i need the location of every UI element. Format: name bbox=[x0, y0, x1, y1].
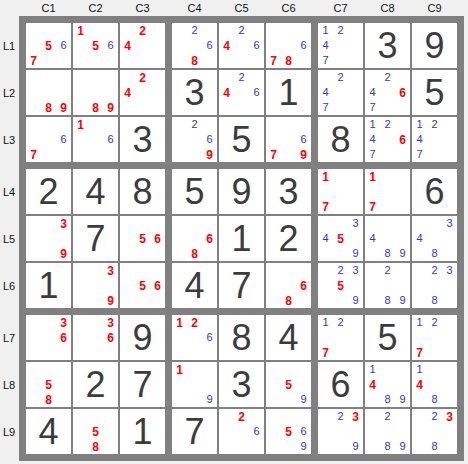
cell-L7C2[interactable]: 36 bbox=[73, 315, 118, 360]
pencil-marks: 36 bbox=[73, 315, 118, 360]
solved-digit: 7 bbox=[172, 409, 217, 454]
cell-L6C8[interactable]: 289 bbox=[365, 263, 410, 308]
candidate-3: 3 bbox=[442, 216, 457, 231]
row-label-L1: L1 bbox=[3, 40, 15, 51]
pencil-marks: 289 bbox=[365, 409, 410, 454]
candidate-5: 5 bbox=[281, 424, 296, 439]
col-label-C3: C3 bbox=[135, 3, 149, 14]
cell-L2C2[interactable]: 89 bbox=[73, 70, 118, 115]
candidate-2: 2 bbox=[427, 315, 442, 330]
pencil-marks: 36 bbox=[26, 315, 71, 360]
candidate-9: 9 bbox=[202, 392, 217, 407]
candidate-4: 4 bbox=[412, 132, 427, 147]
candidate-8: 8 bbox=[41, 392, 56, 407]
candidate-6: 6 bbox=[296, 38, 311, 53]
candidate-2: 2 bbox=[187, 315, 202, 330]
pencil-marks: 239 bbox=[318, 409, 363, 454]
solved-digit: 9 bbox=[412, 23, 457, 68]
candidate-4: 4 bbox=[318, 231, 333, 246]
cell-L7C9[interactable]: 127 bbox=[412, 315, 457, 360]
pencil-marks: 17 bbox=[318, 169, 363, 214]
candidate-6: 6 bbox=[296, 424, 311, 439]
candidate-2: 2 bbox=[427, 117, 442, 132]
solved-digit: 1 bbox=[120, 409, 165, 454]
candidate-8: 8 bbox=[88, 439, 103, 454]
cell-L5C6[interactable]: 2 bbox=[266, 216, 311, 261]
pencil-marks: 68 bbox=[172, 216, 217, 261]
solved-digit: 9 bbox=[219, 169, 264, 214]
solved-digit: 7 bbox=[73, 216, 118, 261]
solved-digit: 3 bbox=[266, 169, 311, 214]
candidate-8: 8 bbox=[88, 100, 103, 115]
solved-digit: 6 bbox=[412, 169, 457, 214]
candidate-5: 5 bbox=[333, 278, 348, 293]
row-label-L8: L8 bbox=[3, 379, 15, 390]
solved-digit: 8 bbox=[120, 169, 165, 214]
solved-digit: 1 bbox=[26, 263, 71, 308]
row-label-L3: L3 bbox=[3, 134, 15, 145]
cell-L7C1[interactable]: 36 bbox=[26, 315, 71, 360]
cell-L3C6[interactable]: 679 bbox=[266, 117, 311, 162]
cell-L4C1[interactable]: 2 bbox=[26, 169, 71, 214]
candidate-1: 1 bbox=[318, 315, 333, 330]
candidate-7: 7 bbox=[365, 147, 380, 162]
candidate-5: 5 bbox=[88, 38, 103, 53]
solved-digit: 9 bbox=[120, 315, 165, 360]
candidate-1: 1 bbox=[318, 23, 333, 38]
cell-L9C3[interactable]: 1 bbox=[120, 409, 165, 454]
pencil-marks: 289 bbox=[365, 263, 410, 308]
cell-L3C4[interactable]: 269 bbox=[172, 117, 217, 162]
cell-L4C5[interactable]: 9 bbox=[219, 169, 264, 214]
col-label-C1: C1 bbox=[41, 3, 55, 14]
solved-digit: 4 bbox=[172, 263, 217, 308]
cell-L9C6[interactable]: 569 bbox=[266, 409, 311, 454]
candidate-6: 6 bbox=[249, 424, 264, 439]
candidate-1: 1 bbox=[365, 117, 380, 132]
pencil-marks: 16 bbox=[73, 117, 118, 162]
pencil-marks: 126 bbox=[172, 315, 217, 360]
candidate-4: 4 bbox=[318, 85, 333, 100]
cell-L8C1[interactable]: 58 bbox=[26, 362, 71, 407]
candidate-2: 2 bbox=[187, 117, 202, 132]
candidate-7: 7 bbox=[412, 345, 427, 360]
candidate-8: 8 bbox=[281, 53, 296, 68]
candidate-8: 8 bbox=[281, 293, 296, 308]
pencil-marks: 17 bbox=[365, 169, 410, 214]
candidate-2: 2 bbox=[427, 409, 442, 424]
cell-L1C7[interactable]: 1247 bbox=[318, 23, 363, 68]
candidate-2: 2 bbox=[333, 23, 348, 38]
cell-L1C6[interactable]: 678 bbox=[266, 23, 311, 68]
candidate-6: 6 bbox=[249, 38, 264, 53]
pencil-marks: 1489 bbox=[365, 362, 410, 407]
candidate-3: 3 bbox=[348, 409, 363, 424]
candidate-2: 2 bbox=[333, 263, 348, 278]
candidate-7: 7 bbox=[365, 199, 380, 214]
pencil-marks: 59 bbox=[266, 362, 311, 407]
cell-L3C2[interactable]: 16 bbox=[73, 117, 118, 162]
candidate-1: 1 bbox=[73, 117, 88, 132]
pencil-marks: 679 bbox=[266, 117, 311, 162]
cell-L2C3[interactable]: 24 bbox=[120, 70, 165, 115]
candidate-6: 6 bbox=[296, 278, 311, 293]
candidate-2: 2 bbox=[234, 409, 249, 424]
candidate-1: 1 bbox=[412, 362, 427, 377]
pencil-marks: 12467 bbox=[365, 117, 410, 162]
candidate-8: 8 bbox=[427, 439, 442, 454]
candidate-9: 9 bbox=[348, 246, 363, 261]
row-label-L9: L9 bbox=[3, 426, 15, 437]
candidate-4: 4 bbox=[365, 85, 380, 100]
cell-L3C7[interactable]: 8 bbox=[318, 117, 363, 162]
cell-L2C5[interactable]: 246 bbox=[219, 70, 264, 115]
pencil-marks: 269 bbox=[172, 117, 217, 162]
cell-L3C3[interactable]: 3 bbox=[120, 117, 165, 162]
cell-L8C9[interactable]: 148 bbox=[412, 362, 457, 407]
col-label-C4: C4 bbox=[187, 3, 201, 14]
cell-L2C8[interactable]: 2467 bbox=[365, 70, 410, 115]
candidate-1: 1 bbox=[172, 315, 187, 330]
cell-L8C6[interactable]: 59 bbox=[266, 362, 311, 407]
candidate-2: 2 bbox=[427, 263, 442, 278]
candidate-9: 9 bbox=[296, 439, 311, 454]
cell-L6C2[interactable]: 39 bbox=[73, 263, 118, 308]
pencil-marks: 148 bbox=[412, 362, 457, 407]
pencil-marks: 246 bbox=[219, 23, 264, 68]
cell-L8C3[interactable]: 7 bbox=[120, 362, 165, 407]
solved-digit: 3 bbox=[120, 117, 165, 162]
pencil-marks: 56 bbox=[120, 216, 165, 261]
candidate-6: 6 bbox=[103, 132, 118, 147]
candidate-3: 3 bbox=[56, 216, 71, 231]
candidate-3: 3 bbox=[103, 315, 118, 330]
cell-L2C4[interactable]: 3 bbox=[172, 70, 217, 115]
cell-L7C8[interactable]: 5 bbox=[365, 315, 410, 360]
candidate-1: 1 bbox=[365, 362, 380, 377]
cell-L2C6[interactable]: 1 bbox=[266, 70, 311, 115]
solved-digit: 7 bbox=[219, 263, 264, 308]
candidate-6: 6 bbox=[150, 231, 165, 246]
candidate-6: 6 bbox=[202, 38, 217, 53]
row-label-L7: L7 bbox=[3, 332, 15, 343]
pencil-marks: 156 bbox=[73, 23, 118, 68]
candidate-1: 1 bbox=[365, 169, 380, 184]
solved-digit: 2 bbox=[266, 216, 311, 261]
pencil-marks: 489 bbox=[365, 216, 410, 261]
candidate-9: 9 bbox=[56, 100, 71, 115]
candidate-9: 9 bbox=[348, 439, 363, 454]
candidate-2: 2 bbox=[380, 409, 395, 424]
cell-L1C9[interactable]: 9 bbox=[412, 23, 457, 68]
cell-L6C9[interactable]: 238 bbox=[412, 263, 457, 308]
cell-L5C4[interactable]: 68 bbox=[172, 216, 217, 261]
pencil-marks: 39 bbox=[26, 216, 71, 261]
candidate-6: 6 bbox=[296, 132, 311, 147]
cell-L1C2[interactable]: 156 bbox=[73, 23, 118, 68]
cell-L4C6[interactable]: 3 bbox=[266, 169, 311, 214]
candidate-4: 4 bbox=[412, 231, 427, 246]
candidate-4: 4 bbox=[120, 85, 135, 100]
cell-L8C8[interactable]: 1489 bbox=[365, 362, 410, 407]
candidate-2: 2 bbox=[234, 70, 249, 85]
solved-digit: 4 bbox=[266, 315, 311, 360]
candidate-4: 4 bbox=[412, 377, 427, 392]
cell-L4C8[interactable]: 17 bbox=[365, 169, 410, 214]
candidate-9: 9 bbox=[296, 392, 311, 407]
cell-L7C7[interactable]: 127 bbox=[318, 315, 363, 360]
candidate-9: 9 bbox=[395, 246, 410, 261]
candidate-1: 1 bbox=[73, 23, 88, 38]
row-label-L2: L2 bbox=[3, 87, 15, 98]
solved-digit: 6 bbox=[318, 362, 363, 407]
candidate-7: 7 bbox=[266, 53, 281, 68]
candidate-8: 8 bbox=[41, 100, 56, 115]
candidate-7: 7 bbox=[318, 199, 333, 214]
candidate-6: 6 bbox=[395, 132, 410, 147]
candidate-1: 1 bbox=[412, 117, 427, 132]
pencil-marks: 569 bbox=[266, 409, 311, 454]
candidate-8: 8 bbox=[187, 246, 202, 261]
pencil-marks: 127 bbox=[318, 315, 363, 360]
candidate-2: 2 bbox=[380, 70, 395, 85]
candidate-7: 7 bbox=[318, 53, 333, 68]
candidate-1: 1 bbox=[412, 315, 427, 330]
solved-digit: 2 bbox=[73, 362, 118, 407]
candidate-7: 7 bbox=[318, 345, 333, 360]
candidate-6: 6 bbox=[249, 85, 264, 100]
solved-digit: 5 bbox=[219, 117, 264, 162]
cell-L4C3[interactable]: 8 bbox=[120, 169, 165, 214]
candidate-8: 8 bbox=[380, 439, 395, 454]
cell-L8C4[interactable]: 19 bbox=[172, 362, 217, 407]
candidate-8: 8 bbox=[380, 392, 395, 407]
cell-L7C5[interactable]: 8 bbox=[219, 315, 264, 360]
solved-digit: 5 bbox=[365, 315, 410, 360]
cell-L2C7[interactable]: 247 bbox=[318, 70, 363, 115]
cell-L7C3[interactable]: 9 bbox=[120, 315, 165, 360]
cell-L1C5[interactable]: 246 bbox=[219, 23, 264, 68]
pencil-marks: 268 bbox=[172, 23, 217, 68]
candidate-5: 5 bbox=[135, 278, 150, 293]
pencil-marks: 1247 bbox=[412, 117, 457, 162]
pencil-marks: 68 bbox=[266, 263, 311, 308]
candidate-3: 3 bbox=[348, 216, 363, 231]
solved-digit: 5 bbox=[172, 169, 217, 214]
solved-digit: 3 bbox=[365, 23, 410, 68]
candidate-2: 2 bbox=[135, 70, 150, 85]
cell-L9C5[interactable]: 26 bbox=[219, 409, 264, 454]
candidate-9: 9 bbox=[348, 293, 363, 308]
candidate-4: 4 bbox=[318, 38, 333, 53]
candidate-7: 7 bbox=[26, 147, 41, 162]
candidate-9: 9 bbox=[395, 293, 410, 308]
pencil-marks: 19 bbox=[172, 362, 217, 407]
cell-L6C3[interactable]: 56 bbox=[120, 263, 165, 308]
sudoku-board: 5671562426824667812473989892432461247246… bbox=[19, 16, 464, 461]
cell-L9C4[interactable]: 7 bbox=[172, 409, 217, 454]
candidate-3: 3 bbox=[103, 263, 118, 278]
candidate-6: 6 bbox=[395, 85, 410, 100]
cell-L6C1[interactable]: 1 bbox=[26, 263, 71, 308]
pencil-marks: 24 bbox=[120, 23, 165, 68]
cell-L6C4[interactable]: 4 bbox=[172, 263, 217, 308]
cell-L4C2[interactable]: 4 bbox=[73, 169, 118, 214]
cell-L7C4[interactable]: 126 bbox=[172, 315, 217, 360]
col-label-C2: C2 bbox=[88, 3, 102, 14]
candidate-5: 5 bbox=[135, 231, 150, 246]
cell-L8C5[interactable]: 3 bbox=[219, 362, 264, 407]
cell-L3C9[interactable]: 1247 bbox=[412, 117, 457, 162]
cell-L6C5[interactable]: 7 bbox=[219, 263, 264, 308]
pencil-marks: 56 bbox=[120, 263, 165, 308]
cell-L7C6[interactable]: 4 bbox=[266, 315, 311, 360]
solved-digit: 8 bbox=[318, 117, 363, 162]
candidate-5: 5 bbox=[41, 377, 56, 392]
pencil-marks: 58 bbox=[73, 409, 118, 454]
candidate-8: 8 bbox=[187, 53, 202, 68]
candidate-5: 5 bbox=[281, 377, 296, 392]
cell-L3C5[interactable]: 5 bbox=[219, 117, 264, 162]
row-label-L5: L5 bbox=[3, 233, 15, 244]
cell-L5C8[interactable]: 489 bbox=[365, 216, 410, 261]
candidate-6: 6 bbox=[56, 38, 71, 53]
candidate-6: 6 bbox=[202, 330, 217, 345]
candidate-7: 7 bbox=[412, 147, 427, 162]
col-label-C6: C6 bbox=[281, 3, 295, 14]
cell-L8C7[interactable]: 6 bbox=[318, 362, 363, 407]
pencil-marks: 246 bbox=[219, 70, 264, 115]
candidate-7: 7 bbox=[365, 100, 380, 115]
pencil-marks: 67 bbox=[26, 117, 71, 162]
cell-L5C3[interactable]: 56 bbox=[120, 216, 165, 261]
cell-L6C6[interactable]: 68 bbox=[266, 263, 311, 308]
cell-L1C1[interactable]: 567 bbox=[26, 23, 71, 68]
candidate-9: 9 bbox=[103, 100, 118, 115]
pencil-marks: 678 bbox=[266, 23, 311, 68]
cell-L2C9[interactable]: 5 bbox=[412, 70, 457, 115]
solved-digit: 3 bbox=[172, 70, 217, 115]
pencil-marks: 39 bbox=[73, 263, 118, 308]
candidate-6: 6 bbox=[150, 278, 165, 293]
candidate-4: 4 bbox=[365, 132, 380, 147]
candidate-9: 9 bbox=[395, 392, 410, 407]
cell-L3C1[interactable]: 67 bbox=[26, 117, 71, 162]
pencil-marks: 58 bbox=[26, 362, 71, 407]
candidate-6: 6 bbox=[56, 330, 71, 345]
candidate-9: 9 bbox=[202, 147, 217, 162]
cell-L1C8[interactable]: 3 bbox=[365, 23, 410, 68]
solved-digit: 4 bbox=[73, 169, 118, 214]
cell-L4C4[interactable]: 5 bbox=[172, 169, 217, 214]
candidate-4: 4 bbox=[219, 85, 234, 100]
solved-digit: 5 bbox=[412, 70, 457, 115]
pencil-marks: 26 bbox=[219, 409, 264, 454]
col-label-C8: C8 bbox=[380, 3, 394, 14]
candidate-5: 5 bbox=[41, 38, 56, 53]
pencil-marks: 247 bbox=[318, 70, 363, 115]
solved-digit: 1 bbox=[266, 70, 311, 115]
candidate-4: 4 bbox=[219, 38, 234, 53]
candidate-6: 6 bbox=[202, 231, 217, 246]
cell-L9C2[interactable]: 58 bbox=[73, 409, 118, 454]
candidate-8: 8 bbox=[427, 392, 442, 407]
cell-L9C9[interactable]: 238 bbox=[412, 409, 457, 454]
candidate-3: 3 bbox=[348, 263, 363, 278]
solved-digit: 1 bbox=[219, 216, 264, 261]
pencil-marks: 348 bbox=[412, 216, 457, 261]
cell-L4C7[interactable]: 17 bbox=[318, 169, 363, 214]
candidate-4: 4 bbox=[120, 38, 135, 53]
candidate-8: 8 bbox=[427, 293, 442, 308]
solved-digit: 4 bbox=[26, 409, 71, 454]
cell-L6C7[interactable]: 2359 bbox=[318, 263, 363, 308]
row-label-L6: L6 bbox=[3, 280, 15, 291]
candidate-7: 7 bbox=[26, 53, 41, 68]
cell-L2C1[interactable]: 89 bbox=[26, 70, 71, 115]
candidate-9: 9 bbox=[296, 147, 311, 162]
candidate-9: 9 bbox=[56, 246, 71, 261]
candidate-8: 8 bbox=[380, 293, 395, 308]
col-label-C7: C7 bbox=[333, 3, 347, 14]
candidate-3: 3 bbox=[442, 263, 457, 278]
cell-L1C3[interactable]: 24 bbox=[120, 23, 165, 68]
pencil-marks: 89 bbox=[26, 70, 71, 115]
candidate-2: 2 bbox=[333, 70, 348, 85]
candidate-1: 1 bbox=[318, 169, 333, 184]
candidate-8: 8 bbox=[380, 246, 395, 261]
cell-L5C5[interactable]: 1 bbox=[219, 216, 264, 261]
candidate-2: 2 bbox=[333, 315, 348, 330]
pencil-marks: 3459 bbox=[318, 216, 363, 261]
pencil-marks: 127 bbox=[412, 315, 457, 360]
pencil-marks: 2359 bbox=[318, 263, 363, 308]
candidate-2: 2 bbox=[187, 23, 202, 38]
candidate-8: 8 bbox=[427, 246, 442, 261]
candidate-3: 3 bbox=[56, 315, 71, 330]
candidate-2: 2 bbox=[135, 23, 150, 38]
candidate-5: 5 bbox=[88, 424, 103, 439]
candidate-5: 5 bbox=[333, 231, 348, 246]
cell-L5C9[interactable]: 348 bbox=[412, 216, 457, 261]
cell-L9C8[interactable]: 289 bbox=[365, 409, 410, 454]
pencil-marks: 2467 bbox=[365, 70, 410, 115]
cell-L5C1[interactable]: 39 bbox=[26, 216, 71, 261]
cell-L5C2[interactable]: 7 bbox=[73, 216, 118, 261]
solved-digit: 8 bbox=[219, 315, 264, 360]
candidate-1: 1 bbox=[172, 362, 187, 377]
cell-L9C7[interactable]: 239 bbox=[318, 409, 363, 454]
cell-L3C8[interactable]: 12467 bbox=[365, 117, 410, 162]
pencil-marks: 1247 bbox=[318, 23, 363, 68]
candidate-6: 6 bbox=[103, 330, 118, 345]
cell-L4C9[interactable]: 6 bbox=[412, 169, 457, 214]
candidate-7: 7 bbox=[266, 147, 281, 162]
cell-L1C4[interactable]: 268 bbox=[172, 23, 217, 68]
cell-L9C1[interactable]: 4 bbox=[26, 409, 71, 454]
sudoku-page: C1C2C3C4C5C6C7C8C9 L1L2L3L4L5L6L7L8L9 56… bbox=[0, 0, 468, 464]
candidate-6: 6 bbox=[103, 38, 118, 53]
cell-L5C7[interactable]: 3459 bbox=[318, 216, 363, 261]
pencil-marks: 238 bbox=[412, 263, 457, 308]
pencil-marks: 89 bbox=[73, 70, 118, 115]
candidate-2: 2 bbox=[234, 23, 249, 38]
cell-L8C2[interactable]: 2 bbox=[73, 362, 118, 407]
candidate-4: 4 bbox=[365, 377, 380, 392]
col-label-C9: C9 bbox=[427, 3, 441, 14]
candidate-9: 9 bbox=[395, 439, 410, 454]
solved-digit: 2 bbox=[26, 169, 71, 214]
